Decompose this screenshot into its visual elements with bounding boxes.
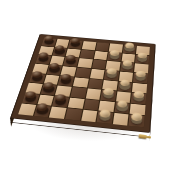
board-square	[82, 41, 96, 50]
board-square	[85, 88, 101, 99]
checkers-board	[10, 34, 156, 133]
board-square	[107, 52, 121, 61]
checker-piece-light	[135, 74, 146, 82]
board-square	[104, 70, 119, 80]
board-square	[34, 105, 51, 117]
board-square	[81, 110, 98, 122]
checker-piece-light	[124, 46, 135, 53]
checker-piece-light	[119, 82, 131, 90]
board-square	[63, 57, 78, 67]
board-square	[73, 77, 89, 88]
checker-piece-dark	[31, 74, 44, 82]
board-square	[131, 93, 146, 104]
board-square	[65, 108, 82, 120]
brass-clasp	[139, 134, 147, 138]
checker-piece-dark	[24, 94, 37, 103]
board-square	[97, 112, 113, 124]
checker-piece-dark	[42, 85, 55, 94]
board-square	[29, 73, 45, 83]
board-square	[129, 115, 145, 128]
board-grid	[18, 38, 150, 128]
board-square	[90, 69, 105, 79]
checker-piece-dark	[43, 39, 54, 46]
board-square	[68, 40, 82, 49]
checker-piece-light	[137, 55, 148, 62]
board-square	[92, 60, 107, 70]
checker-piece-dark	[37, 56, 49, 63]
board-square	[47, 65, 63, 75]
board-square	[68, 97, 85, 109]
checker-piece-dark	[48, 66, 60, 74]
board-square	[52, 47, 67, 56]
board-square	[93, 51, 107, 60]
board-square	[52, 96, 69, 108]
checker-piece-dark	[70, 41, 81, 48]
checker-piece-light	[109, 53, 120, 60]
product-photo	[0, 0, 180, 180]
board-square	[49, 107, 66, 119]
board-square	[18, 104, 36, 116]
board-square	[120, 62, 134, 72]
board-square	[135, 54, 149, 64]
checker-piece-dark	[54, 48, 66, 55]
board-square	[70, 87, 86, 98]
board-square	[101, 90, 117, 101]
checker-piece-light	[116, 103, 128, 112]
board-square	[133, 73, 147, 83]
checker-piece-light	[133, 94, 145, 103]
checker-piece-dark	[36, 107, 50, 116]
board-square	[95, 42, 109, 51]
checker-piece-light	[122, 63, 133, 71]
perspective-wrapper	[25, 14, 153, 142]
board-square	[114, 102, 130, 114]
board-square	[117, 81, 132, 92]
checker-piece-light	[102, 91, 114, 100]
checker-piece-light	[98, 113, 111, 123]
board-square	[75, 67, 90, 77]
board-square	[113, 113, 129, 125]
board-square	[77, 58, 92, 68]
board-square	[123, 45, 137, 54]
board-square	[58, 76, 74, 87]
board-square	[40, 84, 57, 95]
board-square	[87, 78, 102, 89]
checker-piece-dark	[65, 58, 77, 66]
board-square	[80, 50, 95, 59]
checker-piece-light	[131, 116, 143, 126]
checker-piece-dark	[60, 77, 72, 85]
checker-piece-light	[106, 71, 118, 79]
checker-piece-dark	[54, 97, 67, 106]
board-square	[83, 99, 99, 111]
